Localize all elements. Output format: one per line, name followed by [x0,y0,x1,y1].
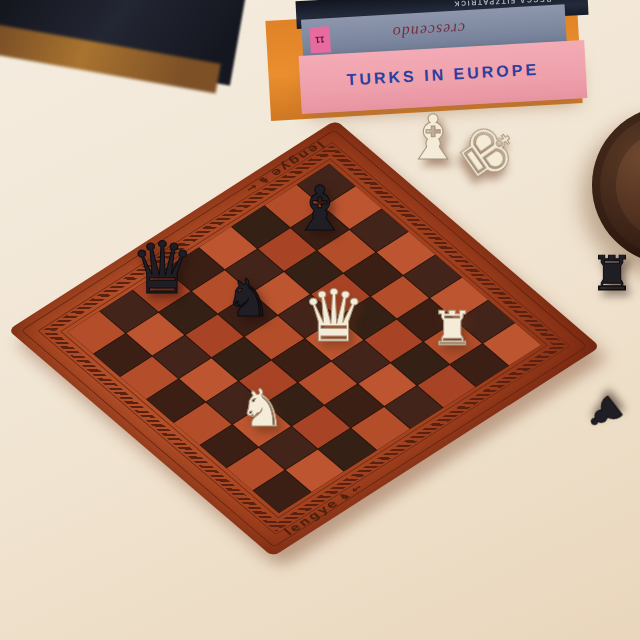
book-pink-title: TURKS IN EUROPE [300,58,587,92]
wooden-piece-bowl [592,106,640,264]
chess-photo-scene: BECCA FITZPATRICK 11 crescendo TURKS IN … [0,0,640,640]
black-queen-c8[interactable]: ♛ [130,231,195,303]
black-knight-d6[interactable]: ♞ [225,272,272,324]
book-crescendo-title: crescendo [391,19,465,41]
white-knight-b3[interactable]: ♞ [239,382,286,434]
white-queen-e4[interactable]: ♛ [301,280,366,352]
book-spine-label-text: 11 [315,34,325,45]
book-spine-label: 11 [309,26,331,53]
black-rook-offboard[interactable]: ♜ [590,249,633,297]
black-bishop-g7[interactable]: ♝ [292,178,348,240]
white-bishop-offboard[interactable]: ♝ [405,107,461,169]
white-rook-g2[interactable]: ♜ [431,303,474,351]
black-pawn-offboard[interactable]: ♟ [577,388,631,441]
brand-knight-icon: ♞ [335,489,354,503]
